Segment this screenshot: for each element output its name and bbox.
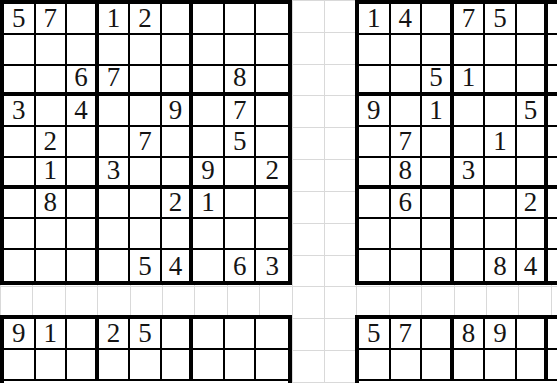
sudoku-grid-bottom-left: 9125 bbox=[0, 315, 292, 383]
cell-r2c1 bbox=[4, 350, 36, 381]
cell-r2c1 bbox=[359, 35, 391, 66]
cell-r2c3 bbox=[67, 35, 99, 66]
cell-r1c6 bbox=[517, 4, 549, 35]
cell-r9c9: 3 bbox=[256, 250, 288, 281]
cell-r1c1: 9 bbox=[4, 319, 36, 350]
cell-r1c9 bbox=[256, 4, 288, 35]
cell-r2c8 bbox=[225, 350, 257, 381]
cell-r6c1 bbox=[359, 158, 391, 189]
cell-r3c1 bbox=[4, 66, 36, 97]
cell-r9c4 bbox=[454, 250, 486, 281]
cell-r5c1 bbox=[4, 127, 36, 158]
cell-r9c6: 4 bbox=[162, 250, 194, 281]
cell-r5c4 bbox=[454, 127, 486, 158]
cell-r8c8 bbox=[225, 219, 257, 250]
cell-r8c4 bbox=[454, 219, 486, 250]
cell-r3c5 bbox=[485, 66, 517, 97]
cell-r7c7 bbox=[548, 189, 557, 220]
cell-r4c6: 5 bbox=[517, 96, 549, 127]
cell-r2c9 bbox=[256, 350, 288, 381]
cell-r3c1 bbox=[359, 66, 391, 97]
cell-r9c6: 4 bbox=[517, 250, 549, 281]
cell-r6c4: 3 bbox=[99, 158, 131, 189]
cell-r4c7 bbox=[548, 96, 557, 127]
cell-r8c7 bbox=[193, 219, 225, 250]
cell-r8c6 bbox=[162, 219, 194, 250]
cell-r2c6 bbox=[517, 350, 549, 381]
cell-r8c9 bbox=[256, 219, 288, 250]
cell-r4c1: 9 bbox=[359, 96, 391, 127]
cell-r8c3 bbox=[422, 219, 454, 250]
cell-r1c7 bbox=[193, 319, 225, 350]
cell-r7c4 bbox=[454, 189, 486, 220]
cell-r4c5 bbox=[130, 96, 162, 127]
cell-r1c1: 5 bbox=[4, 4, 36, 35]
cell-r3c7 bbox=[193, 66, 225, 97]
cell-r1c7 bbox=[193, 4, 225, 35]
sudoku-grid-top-left: 5712678349727513928215463 bbox=[0, 0, 292, 285]
cell-r7c6: 2 bbox=[162, 189, 194, 220]
cell-r2c4 bbox=[99, 350, 131, 381]
cell-r2c2 bbox=[391, 35, 423, 66]
cell-r1c3 bbox=[422, 4, 454, 35]
cell-r9c5: 8 bbox=[485, 250, 517, 281]
cell-r1c7 bbox=[548, 319, 557, 350]
cell-r1c4: 1 bbox=[99, 4, 131, 35]
cell-r1c7 bbox=[548, 4, 557, 35]
cell-r1c5: 5 bbox=[130, 319, 162, 350]
cell-r7c5 bbox=[130, 189, 162, 220]
cell-r8c2 bbox=[36, 219, 68, 250]
cell-r2c1 bbox=[4, 35, 36, 66]
cell-r3c9 bbox=[256, 66, 288, 97]
cell-r6c4: 3 bbox=[454, 158, 486, 189]
cell-r4c3: 1 bbox=[422, 96, 454, 127]
cell-r5c5: 7 bbox=[130, 127, 162, 158]
cell-r1c5: 2 bbox=[130, 4, 162, 35]
cell-r3c3: 5 bbox=[422, 66, 454, 97]
cell-r7c5 bbox=[485, 189, 517, 220]
cell-r5c2: 2 bbox=[36, 127, 68, 158]
cell-r8c4 bbox=[99, 219, 131, 250]
cell-r1c3 bbox=[67, 319, 99, 350]
cell-r2c4 bbox=[454, 350, 486, 381]
cell-r2c2 bbox=[391, 350, 423, 381]
cell-r4c4 bbox=[99, 96, 131, 127]
cell-r5c2: 7 bbox=[391, 127, 423, 158]
cell-r6c9: 2 bbox=[256, 158, 288, 189]
cell-r3c4: 1 bbox=[454, 66, 486, 97]
cell-r1c8 bbox=[225, 319, 257, 350]
cell-r6c5 bbox=[130, 158, 162, 189]
cell-r2c7 bbox=[193, 350, 225, 381]
cell-r5c6 bbox=[517, 127, 549, 158]
cell-r2c6 bbox=[162, 350, 194, 381]
cell-r2c3 bbox=[422, 35, 454, 66]
cell-r3c4: 7 bbox=[99, 66, 131, 97]
cell-r2c7 bbox=[548, 350, 557, 381]
cell-r2c4 bbox=[99, 35, 131, 66]
cell-r5c1 bbox=[359, 127, 391, 158]
cell-r6c2: 8 bbox=[391, 158, 423, 189]
cell-r9c1 bbox=[359, 250, 391, 281]
cell-r8c3 bbox=[67, 219, 99, 250]
cell-r2c4 bbox=[454, 35, 486, 66]
cell-r7c1 bbox=[359, 189, 391, 220]
cell-r3c8: 8 bbox=[225, 66, 257, 97]
cell-r9c3 bbox=[67, 250, 99, 281]
cell-r2c9 bbox=[256, 35, 288, 66]
cell-r1c1: 5 bbox=[359, 319, 391, 350]
cell-r1c3 bbox=[422, 319, 454, 350]
cell-r1c6 bbox=[517, 319, 549, 350]
cell-r1c3 bbox=[67, 4, 99, 35]
cell-r3c2 bbox=[36, 66, 68, 97]
cell-r4c1: 3 bbox=[4, 96, 36, 127]
cell-r5c4 bbox=[99, 127, 131, 158]
cell-r2c8 bbox=[225, 35, 257, 66]
cell-r8c5 bbox=[485, 219, 517, 250]
cell-r3c2 bbox=[391, 66, 423, 97]
sudoku-grid-top-right: 14755191571836284 bbox=[355, 0, 557, 285]
cell-r7c3 bbox=[67, 189, 99, 220]
cell-r8c1 bbox=[4, 219, 36, 250]
cell-r2c6 bbox=[162, 35, 194, 66]
cell-r9c3 bbox=[422, 250, 454, 281]
cell-r2c2 bbox=[36, 350, 68, 381]
cell-r9c1 bbox=[4, 250, 36, 281]
cell-r3c5 bbox=[130, 66, 162, 97]
cell-r1c6 bbox=[162, 319, 194, 350]
cell-r1c2: 7 bbox=[36, 4, 68, 35]
cell-r6c6 bbox=[517, 158, 549, 189]
cell-r6c7: 9 bbox=[193, 158, 225, 189]
cell-r9c4 bbox=[99, 250, 131, 281]
cell-r7c8 bbox=[225, 189, 257, 220]
cell-r2c2 bbox=[36, 35, 68, 66]
cell-r6c8 bbox=[225, 158, 257, 189]
cell-r1c1: 1 bbox=[359, 4, 391, 35]
cell-r6c5 bbox=[485, 158, 517, 189]
cell-r2c5 bbox=[130, 35, 162, 66]
cell-r9c5: 5 bbox=[130, 250, 162, 281]
cell-r2c6 bbox=[517, 35, 549, 66]
cell-r3c7 bbox=[548, 66, 557, 97]
cell-r1c2: 1 bbox=[36, 319, 68, 350]
cell-r2c3 bbox=[422, 350, 454, 381]
cell-r4c2 bbox=[391, 96, 423, 127]
sudoku-grid-bottom-right: 5789 bbox=[355, 315, 557, 383]
cell-r4c3: 4 bbox=[67, 96, 99, 127]
cell-r7c4 bbox=[99, 189, 131, 220]
cell-r4c6: 9 bbox=[162, 96, 194, 127]
cell-r1c4: 7 bbox=[454, 4, 486, 35]
cell-r2c3 bbox=[67, 350, 99, 381]
cell-r9c2 bbox=[36, 250, 68, 281]
cell-r6c6 bbox=[162, 158, 194, 189]
cell-r8c2 bbox=[391, 219, 423, 250]
cell-r6c3 bbox=[67, 158, 99, 189]
cell-r3c6 bbox=[517, 66, 549, 97]
cell-r5c3 bbox=[422, 127, 454, 158]
cell-r7c9 bbox=[256, 189, 288, 220]
cell-r7c6: 2 bbox=[517, 189, 549, 220]
cell-r6c3 bbox=[422, 158, 454, 189]
cell-r6c1 bbox=[4, 158, 36, 189]
cell-r6c2: 1 bbox=[36, 158, 68, 189]
cell-r8c1 bbox=[359, 219, 391, 250]
cell-r4c4 bbox=[454, 96, 486, 127]
cell-r7c1 bbox=[4, 189, 36, 220]
cell-r1c8 bbox=[225, 4, 257, 35]
cell-r4c9 bbox=[256, 96, 288, 127]
cell-r7c2: 6 bbox=[391, 189, 423, 220]
cell-r3c3: 6 bbox=[67, 66, 99, 97]
cell-r4c8: 7 bbox=[225, 96, 257, 127]
cell-r5c7 bbox=[548, 127, 557, 158]
cell-r7c7: 1 bbox=[193, 189, 225, 220]
cell-r7c2: 8 bbox=[36, 189, 68, 220]
cell-r9c7 bbox=[548, 250, 557, 281]
cell-r1c5: 5 bbox=[485, 4, 517, 35]
cell-r2c5 bbox=[485, 35, 517, 66]
cell-r6c7 bbox=[548, 158, 557, 189]
cell-r1c9 bbox=[256, 319, 288, 350]
cell-r4c7 bbox=[193, 96, 225, 127]
cell-r4c5 bbox=[485, 96, 517, 127]
cell-r2c5 bbox=[485, 350, 517, 381]
cell-r2c7 bbox=[193, 35, 225, 66]
cell-r1c4: 2 bbox=[99, 319, 131, 350]
cell-r9c8: 6 bbox=[225, 250, 257, 281]
cell-r5c7 bbox=[193, 127, 225, 158]
cell-r9c7 bbox=[193, 250, 225, 281]
cell-r8c5 bbox=[130, 219, 162, 250]
cell-r3c6 bbox=[162, 66, 194, 97]
cell-r2c5 bbox=[130, 350, 162, 381]
cell-r5c5: 1 bbox=[485, 127, 517, 158]
cell-r8c6 bbox=[517, 219, 549, 250]
cell-r7c3 bbox=[422, 189, 454, 220]
cell-r1c2: 4 bbox=[391, 4, 423, 35]
cell-r2c7 bbox=[548, 35, 557, 66]
cell-r1c6 bbox=[162, 4, 194, 35]
cell-r9c2 bbox=[391, 250, 423, 281]
cell-r5c9 bbox=[256, 127, 288, 158]
cell-r1c4: 8 bbox=[454, 319, 486, 350]
cell-r4c2 bbox=[36, 96, 68, 127]
cell-r5c8: 5 bbox=[225, 127, 257, 158]
cell-r1c2: 7 bbox=[391, 319, 423, 350]
cell-r5c6 bbox=[162, 127, 194, 158]
cell-r1c5: 9 bbox=[485, 319, 517, 350]
cell-r8c7 bbox=[548, 219, 557, 250]
cell-r5c3 bbox=[67, 127, 99, 158]
sudoku-sheet: 5712678349727513928215463 14755191571836… bbox=[0, 0, 557, 383]
cell-r2c1 bbox=[359, 350, 391, 381]
